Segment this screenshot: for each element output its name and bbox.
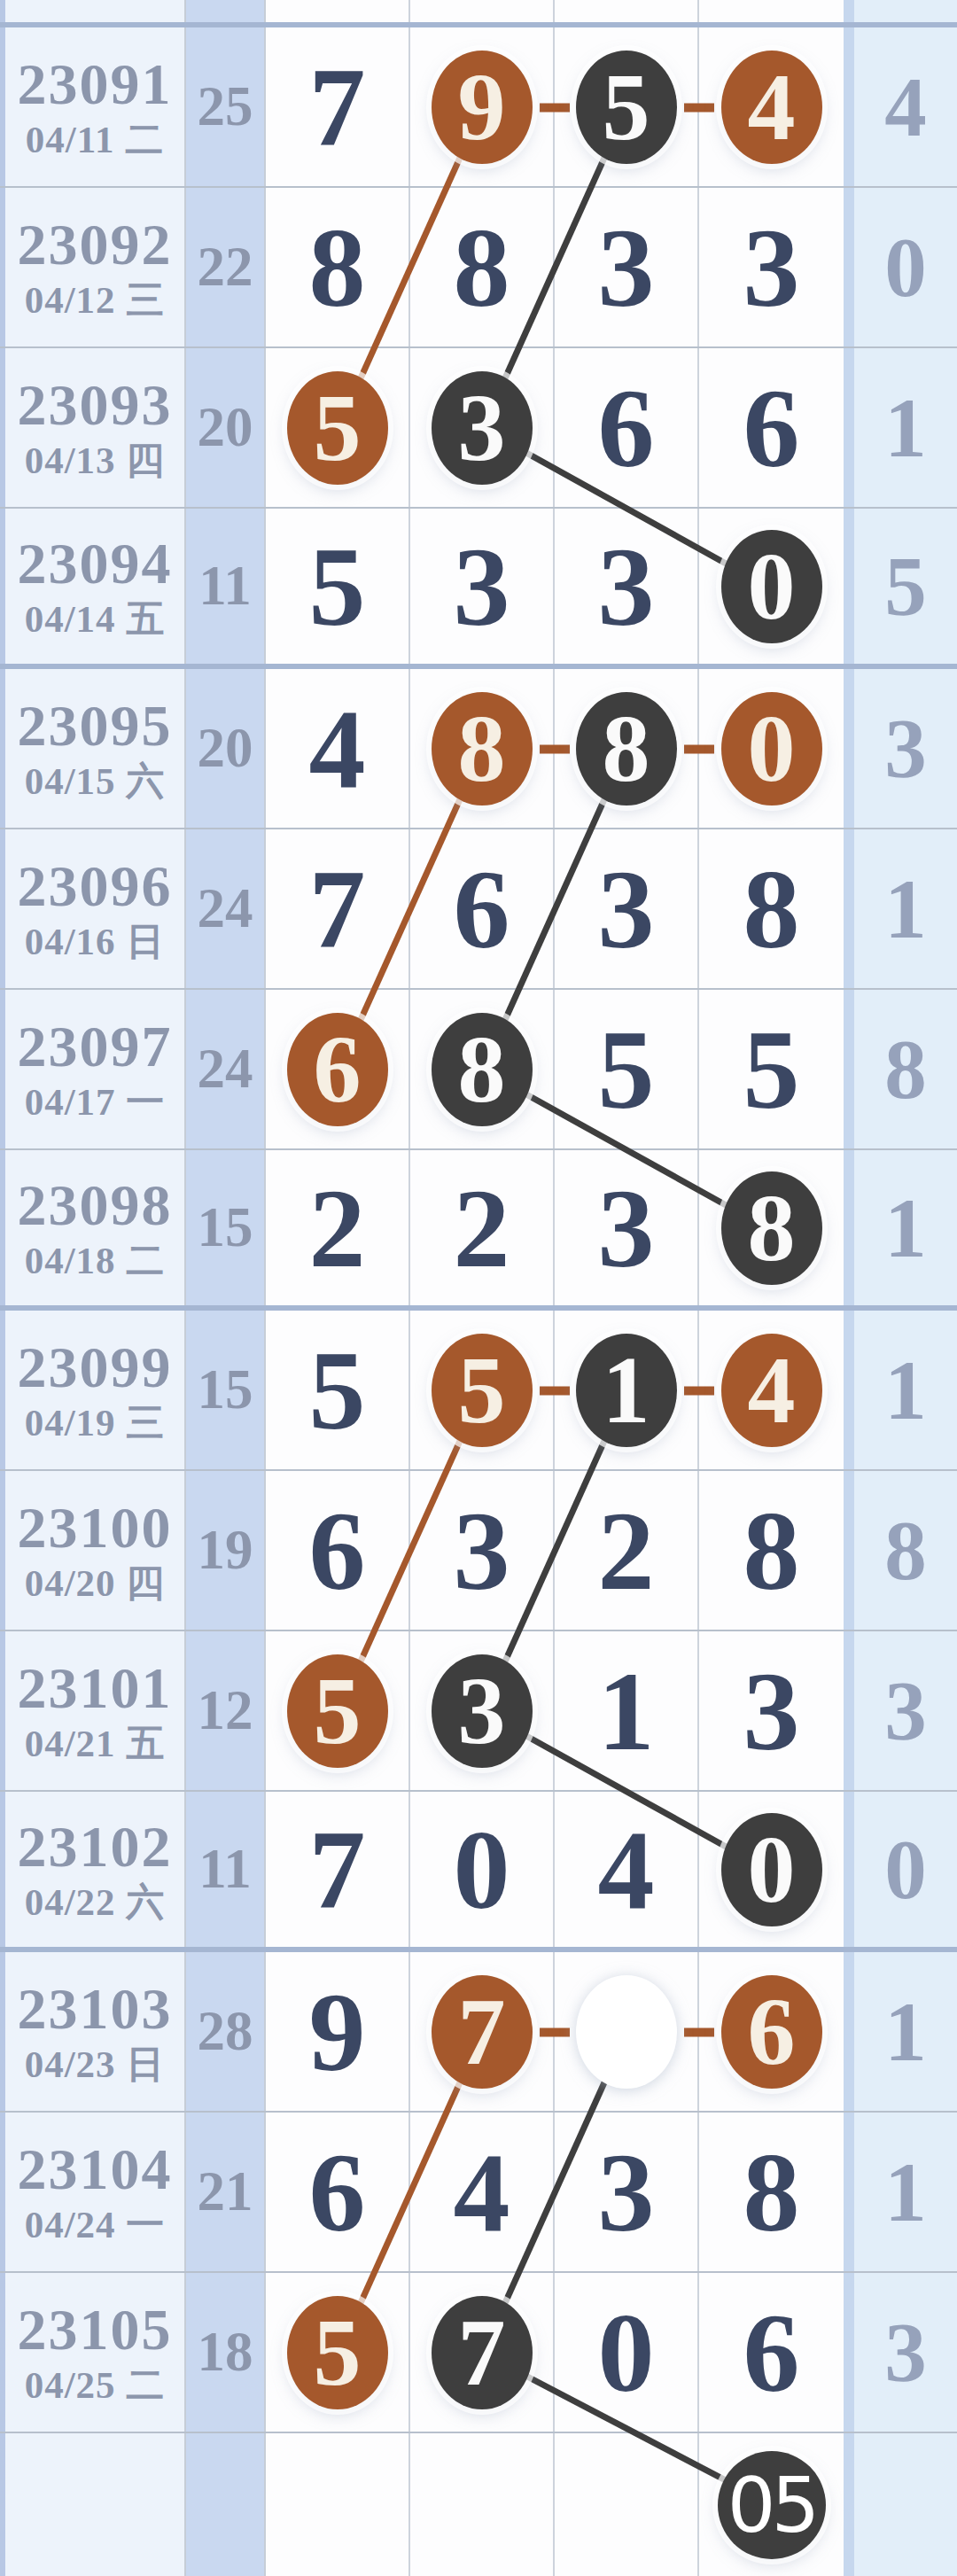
draw-number: 23105 <box>18 2300 173 2359</box>
sum-cell: 20 <box>186 669 266 828</box>
sum-value: 20 <box>198 716 253 781</box>
draw-cell: 2310004/20 四 <box>5 1471 186 1630</box>
circled-digit: 3 <box>458 380 506 476</box>
digit-cell: 7 <box>410 2273 555 2432</box>
digit-cell: 5 <box>266 1631 410 1790</box>
draw-number: 23094 <box>18 534 173 593</box>
draw-date: 04/14 五 <box>25 600 166 638</box>
digit-cell: 5 <box>266 1311 410 1469</box>
digit: 6 <box>743 371 800 485</box>
circled-digit: 8 <box>748 1180 796 1276</box>
circled-digit: 5 <box>314 2305 362 2401</box>
digit-cell: 8 <box>699 2113 844 2271</box>
tail-digit: 8 <box>884 1502 927 1599</box>
digit-cell: 1 <box>555 1631 699 1790</box>
draw-date: 04/19 三 <box>25 1404 166 1442</box>
digit: 3 <box>598 530 655 643</box>
draw-number: 23095 <box>18 697 173 755</box>
highlight-circle-dark: 1 <box>576 1334 677 1447</box>
circled-digit: 5 <box>603 59 650 155</box>
draw-date: 04/22 六 <box>25 1883 166 1921</box>
column-gap <box>844 509 854 664</box>
digit: 8 <box>743 852 800 966</box>
digit: 4 <box>309 692 366 805</box>
digit-cell: 5 <box>555 27 699 186</box>
highlight-circle-dark: 3 <box>432 371 533 485</box>
digit-cell <box>555 2433 699 2576</box>
sum-cell: 15 <box>186 1150 266 1305</box>
digit-cell: 6 <box>699 348 844 507</box>
tail-cell: 1 <box>854 1952 957 2111</box>
tail-cell: 0 <box>854 1792 957 1947</box>
tail-cell: 8 <box>854 990 957 1148</box>
draw-date: 04/18 二 <box>25 1241 166 1280</box>
digit: 3 <box>454 1494 510 1607</box>
digit: 3 <box>454 530 510 643</box>
sum-cell: 25 <box>186 27 266 186</box>
sum-cell: 15 <box>186 1311 266 1469</box>
digit: 6 <box>309 1494 366 1607</box>
sum-cell: 21 <box>186 2113 266 2271</box>
digit-cell: 3 <box>555 829 699 988</box>
tail-digit: 1 <box>884 1983 927 2081</box>
digit-cell: 8 <box>410 669 555 828</box>
sum-cell: 11 <box>186 1792 266 1947</box>
digit: 7 <box>309 852 366 966</box>
sum-value: 11 <box>198 1837 252 1902</box>
digit: 8 <box>454 211 510 324</box>
digit-cell: 5 <box>555 990 699 1148</box>
draw-number: 23097 <box>18 1017 173 1076</box>
sum-cell: 24 <box>186 990 266 1148</box>
hint-digit: 5 <box>458 1342 506 1438</box>
draw-cell: 2309804/18 二 <box>5 1150 186 1305</box>
draw-date: 04/11 二 <box>26 121 164 159</box>
digit-cell <box>410 0 555 22</box>
highlight-circle-dark: 8 <box>576 692 677 805</box>
sum-value: 25 <box>198 74 253 139</box>
digit-cell <box>699 0 844 22</box>
draw-number: 23099 <box>18 1338 173 1397</box>
table-row: 2309704/17 一2468558 <box>0 990 957 1150</box>
digit: 2 <box>454 1171 510 1285</box>
tail-digit: 3 <box>884 700 927 798</box>
column-gap <box>844 1471 854 1630</box>
digit-cell: 8 <box>699 1150 844 1305</box>
tail-cell <box>854 0 957 22</box>
column-gap <box>844 0 854 22</box>
draw-cell: 2309404/14 五 <box>5 509 186 664</box>
draw-cell: 2310204/22 六 <box>5 1792 186 1947</box>
digit-cell: 6 <box>410 829 555 988</box>
table-row: 2309604/16 日2476381 <box>0 829 957 990</box>
highlight-circle-orange: 0 <box>721 692 822 805</box>
tail-cell: 1 <box>854 1311 957 1469</box>
digit-cell <box>410 2433 555 2576</box>
table-row: 2310204/22 六1170400 <box>0 1792 957 1952</box>
draw-date: 04/12 三 <box>25 281 166 319</box>
column-gap <box>844 1311 854 1469</box>
circled-digit: 8 <box>603 701 650 797</box>
digit: 0 <box>454 1813 510 1926</box>
draw-cell: 2309704/17 一 <box>5 990 186 1148</box>
highlight-circle-dark: 7 <box>432 2296 533 2409</box>
highlight-circle-orange: 5 <box>287 2296 388 2409</box>
sum-value: 11 <box>198 554 252 619</box>
digit-cell: 3 <box>410 509 555 664</box>
sum-cell: 28 <box>186 1952 266 2111</box>
circled-digit: 8 <box>458 701 506 797</box>
table-row: 05 <box>0 2433 957 2576</box>
draw-cell: 2310404/24 一 <box>5 2113 186 2271</box>
digit-cell: 8 <box>555 669 699 828</box>
digit-cell <box>555 1952 699 2111</box>
digit-cell: 6 <box>699 1952 844 2111</box>
digit-cell: 7 <box>266 829 410 988</box>
draw-date: 04/24 一 <box>25 2206 166 2244</box>
sum-value: 20 <box>198 395 253 460</box>
draw-cell: 2309104/11 二 <box>5 27 186 186</box>
draw-number: 23091 <box>18 55 173 113</box>
draw-cell <box>5 0 186 22</box>
circled-digit: 7 <box>458 2305 506 2401</box>
digit-cell: 3 <box>410 348 555 507</box>
tail-cell: 3 <box>854 1631 957 1790</box>
circled-digit: 0 <box>748 701 796 797</box>
table-row: 2309204/12 三2288330 <box>0 188 957 348</box>
digit: 3 <box>743 1654 800 1768</box>
digit-cell: 6 <box>699 2273 844 2432</box>
sum-value: 15 <box>198 1195 253 1260</box>
digit-cell: 0 <box>699 509 844 664</box>
draw-date: 04/15 六 <box>25 762 166 800</box>
circled-digit: 9 <box>458 59 506 155</box>
digit: 0 <box>598 2296 655 2409</box>
digit-cell: 3 <box>555 509 699 664</box>
hidden-circle-white <box>576 1975 677 2089</box>
digit: 1 <box>598 1654 655 1768</box>
table-row: 2310104/21 五1253133 <box>0 1631 957 1792</box>
digit-cell: 3 <box>555 188 699 346</box>
digit-cell: 0 <box>410 1792 555 1947</box>
column-gap <box>844 348 854 507</box>
draw-date: 04/16 日 <box>25 922 166 961</box>
digit: 6 <box>309 2136 366 2249</box>
circled-digit: 4 <box>748 1342 796 1438</box>
circled-digit: 6 <box>314 1022 362 1117</box>
circled-digit: 3 <box>458 1663 506 1759</box>
tail-cell <box>854 2433 957 2576</box>
digit-cell: 8 <box>266 188 410 346</box>
tail-cell: 8 <box>854 1471 957 1630</box>
circled-digit: 1 <box>603 1342 650 1438</box>
tail-cell: 3 <box>854 2273 957 2432</box>
column-gap <box>844 188 854 346</box>
table-row: 2309504/15 六2048803 <box>0 669 957 829</box>
sum-value: 24 <box>198 1037 253 1101</box>
digit: 3 <box>743 211 800 324</box>
tail-digit: 1 <box>884 379 927 477</box>
digit-cell: 0 <box>699 1792 844 1947</box>
prediction-circle: 05 <box>718 2451 826 2559</box>
highlight-circle-dark: 8 <box>721 1171 822 1285</box>
digit: 5 <box>309 1334 366 1447</box>
digit-cell: 9 <box>410 27 555 186</box>
draw-date: 04/21 五 <box>25 1724 166 1763</box>
highlight-circle-orange: 9 <box>432 51 533 164</box>
draw-cell: 2309604/16 日 <box>5 829 186 988</box>
digit-cell: 2 <box>410 1150 555 1305</box>
column-gap <box>844 1952 854 2111</box>
highlight-circle-dark: 5 <box>576 51 677 164</box>
digit-cell: 9 <box>266 1952 410 2111</box>
column-gap <box>844 27 854 186</box>
sum-value: 19 <box>198 1518 253 1583</box>
sum-cell: 20 <box>186 348 266 507</box>
circled-digit: 6 <box>748 1984 796 2080</box>
tail-digit: 3 <box>884 1662 927 1760</box>
tail-cell: 1 <box>854 348 957 507</box>
highlight-circle-orange: 5 <box>432 1334 533 1447</box>
tail-digit: 0 <box>884 1821 927 1918</box>
digit-cell: 5 <box>266 2273 410 2432</box>
circled-digit: 0 <box>748 539 796 634</box>
highlight-circle-orange: 6 <box>721 1975 822 2089</box>
tail-digit: 0 <box>884 219 927 316</box>
tail-cell: 1 <box>854 1150 957 1305</box>
draw-number: 23104 <box>18 2140 173 2199</box>
tail-cell: 3 <box>854 669 957 828</box>
sum-cell: 22 <box>186 188 266 346</box>
column-gap <box>844 990 854 1148</box>
draw-cell: 2309504/15 六 <box>5 669 186 828</box>
trend-chart-board: 2309104/11 二25795442309204/12 三228833023… <box>0 0 957 2576</box>
digit: 3 <box>598 2136 655 2249</box>
highlight-circle-orange: 5 <box>287 371 388 485</box>
draw-cell: 2309904/19 三 <box>5 1311 186 1469</box>
digit-cell: 6 <box>266 2113 410 2271</box>
column-gap <box>844 1792 854 1947</box>
digit-cell: 4 <box>410 2113 555 2271</box>
digit-cell: 05 <box>699 2433 844 2576</box>
draw-date: 04/20 四 <box>25 1564 166 1602</box>
highlight-circle-orange: 6 <box>287 1013 388 1126</box>
draw-cell: 2309204/12 三 <box>5 188 186 346</box>
digit: 4 <box>454 2136 510 2249</box>
draw-cell: 2310504/25 二 <box>5 2273 186 2432</box>
digit-cell: 7 <box>266 1792 410 1947</box>
table-row: 2310004/20 四1963288 <box>0 1471 957 1631</box>
digit-cell: 2 <box>555 1471 699 1630</box>
highlight-circle-dark: 0 <box>721 1813 822 1926</box>
digit-cell: 5 <box>410 1311 555 1469</box>
draw-number: 23096 <box>18 857 173 915</box>
sum-cell: 18 <box>186 2273 266 2432</box>
highlight-circle-orange: 7 <box>432 1975 533 2089</box>
digit-cell: 6 <box>266 990 410 1148</box>
draw-number: 23098 <box>18 1176 173 1234</box>
highlight-circle-dark: 3 <box>432 1654 533 1768</box>
highlight-circle-dark: 8 <box>432 1013 533 1126</box>
digit-cell: 0 <box>555 2273 699 2432</box>
digit-cell: 3 <box>699 188 844 346</box>
highlight-circle-orange: 8 <box>432 692 533 805</box>
digit: 9 <box>309 1975 366 2089</box>
digit-cell: 3 <box>410 1471 555 1630</box>
draw-cell: 2310304/23 日 <box>5 1952 186 2111</box>
sum-value: 18 <box>198 2320 253 2385</box>
digit-cell <box>266 2433 410 2576</box>
digit-cell: 0 <box>699 669 844 828</box>
tail-cell: 1 <box>854 829 957 988</box>
digit-cell: 3 <box>555 2113 699 2271</box>
circled-digit: 8 <box>458 1022 506 1117</box>
draw-number: 23101 <box>18 1659 173 1717</box>
digit-cell: 8 <box>699 1471 844 1630</box>
digit-cell: 2 <box>266 1150 410 1305</box>
circled-digit: 0 <box>748 1822 796 1918</box>
sum-value: 15 <box>198 1358 253 1422</box>
digit: 2 <box>309 1171 366 1285</box>
digit-cell: 3 <box>555 1150 699 1305</box>
tail-cell: 0 <box>854 188 957 346</box>
table-row: 2309804/18 二1522381 <box>0 1150 957 1311</box>
draw-number: 23092 <box>18 215 173 274</box>
sum-cell: 24 <box>186 829 266 988</box>
digit: 6 <box>598 371 655 485</box>
column-gap <box>844 2113 854 2271</box>
circled-digit: 7 <box>458 1984 506 2080</box>
digit-cell: 1 <box>555 1311 699 1469</box>
digit: 6 <box>454 852 510 966</box>
digit-cell: 4 <box>266 669 410 828</box>
table-row: 2310304/23 日289761 <box>0 1952 957 2113</box>
digit: 6 <box>743 2296 800 2409</box>
tail-digit: 1 <box>884 860 927 958</box>
digit-cell: 5 <box>699 990 844 1148</box>
circled-digit: 4 <box>748 59 796 155</box>
digit-cell: 5 <box>266 509 410 664</box>
table-row: 2309904/19 三1555141 <box>0 1311 957 1471</box>
tail-digit: 1 <box>884 2144 927 2241</box>
table-row: 2310504/25 二1857063 <box>0 2273 957 2433</box>
sum-cell <box>186 2433 266 2576</box>
digit: 7 <box>309 51 366 164</box>
table-row <box>0 0 957 27</box>
sum-cell: 19 <box>186 1471 266 1630</box>
draw-number: 23093 <box>18 376 173 434</box>
digit: 8 <box>309 211 366 324</box>
draw-cell: 2310104/21 五 <box>5 1631 186 1790</box>
sum-cell: 12 <box>186 1631 266 1790</box>
sum-value: 28 <box>198 1999 253 2064</box>
circled-digit: 05 <box>727 2467 815 2543</box>
digit-cell <box>555 0 699 22</box>
tail-digit: 5 <box>884 538 927 635</box>
highlight-circle-orange: 5 <box>287 1654 388 1768</box>
tail-digit: 4 <box>884 58 927 156</box>
highlight-circle-orange: 4 <box>721 1334 822 1447</box>
column-gap <box>844 1150 854 1305</box>
sum-value: 21 <box>198 2160 253 2224</box>
digit-cell: 3 <box>410 1631 555 1790</box>
tail-digit: 1 <box>884 1179 927 1277</box>
draw-number: 23103 <box>18 1980 173 2038</box>
highlight-circle-dark: 0 <box>721 530 822 643</box>
column-gap <box>844 669 854 828</box>
tail-cell: 5 <box>854 509 957 664</box>
sum-value: 12 <box>198 1678 253 1743</box>
draw-cell <box>5 2433 186 2576</box>
digit: 3 <box>598 1171 655 1285</box>
tail-cell: 4 <box>854 27 957 186</box>
digit-cell: 4 <box>699 27 844 186</box>
table-row: 2310404/24 一2164381 <box>0 2113 957 2273</box>
circled-digit: 5 <box>314 380 362 476</box>
digit-cell: 4 <box>699 1311 844 1469</box>
draw-date: 04/23 日 <box>25 2045 166 2083</box>
draw-number: 23100 <box>18 1498 173 1557</box>
column-gap <box>844 829 854 988</box>
digit-cell: 6 <box>266 1471 410 1630</box>
draw-cell: 2309304/13 四 <box>5 348 186 507</box>
digit-cell: 6 <box>555 348 699 507</box>
digit: 3 <box>598 852 655 966</box>
draw-date: 04/17 一 <box>25 1083 166 1121</box>
table-row: 2309304/13 四2053661 <box>0 348 957 509</box>
tail-cell: 1 <box>854 2113 957 2271</box>
digit-cell: 7 <box>266 27 410 186</box>
column-gap <box>844 2433 854 2576</box>
tail-digit: 8 <box>884 1021 927 1118</box>
tail-digit: 3 <box>884 2304 927 2401</box>
digit: 3 <box>598 211 655 324</box>
table-row: 2309104/11 二2579544 <box>0 27 957 188</box>
digit-cell: 7 <box>410 1952 555 2111</box>
sum-value: 22 <box>198 235 253 300</box>
digit: 5 <box>598 1013 655 1126</box>
column-gap <box>844 2273 854 2432</box>
sum-cell: 11 <box>186 509 266 664</box>
draw-number: 23102 <box>18 1817 173 1876</box>
draw-date: 04/25 二 <box>25 2366 166 2404</box>
highlight-circle-orange: 4 <box>721 51 822 164</box>
digit: 7 <box>309 1813 366 1926</box>
digit: 8 <box>743 2136 800 2249</box>
digit: 4 <box>598 1813 655 1926</box>
digit-cell: 3 <box>699 1631 844 1790</box>
digit: 5 <box>309 530 366 643</box>
digit-cell: 5 <box>266 348 410 507</box>
digit-cell: 8 <box>410 188 555 346</box>
column-gap <box>844 1631 854 1790</box>
digit-cell: 4 <box>555 1792 699 1947</box>
draw-date: 04/13 四 <box>25 441 166 479</box>
tail-digit: 1 <box>884 1342 927 1439</box>
digit: 2 <box>598 1494 655 1607</box>
digit-cell: 8 <box>699 829 844 988</box>
digit: 5 <box>743 1013 800 1126</box>
digit-cell <box>266 0 410 22</box>
sum-cell <box>186 0 266 22</box>
digit: 8 <box>743 1494 800 1607</box>
table-row: 2309404/14 五1153305 <box>0 509 957 669</box>
circled-digit: 5 <box>314 1663 362 1759</box>
digit-cell: 8 <box>410 990 555 1148</box>
sum-value: 24 <box>198 876 253 941</box>
